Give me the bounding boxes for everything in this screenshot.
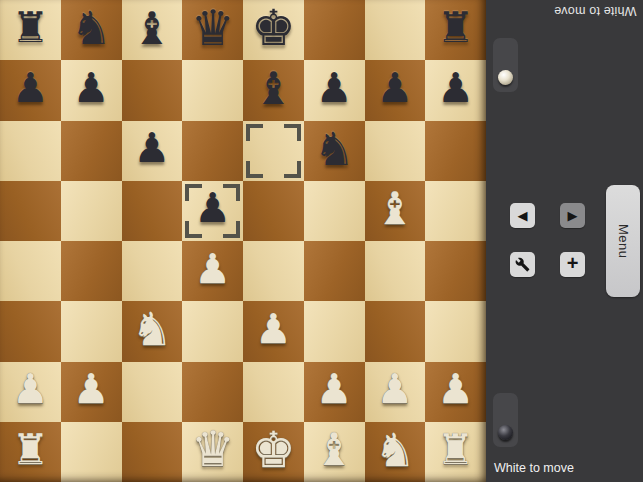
black-bishop[interactable]: ♝ [253, 66, 293, 111]
black-pawn[interactable]: ♟ [73, 68, 110, 109]
white-rook[interactable]: ♜ [437, 429, 475, 471]
square-h4[interactable] [425, 241, 486, 301]
status-label-player-side: White to move [494, 461, 574, 475]
square-d5[interactable]: ♟ [182, 181, 243, 241]
square-c2[interactable] [122, 362, 183, 422]
square-b5[interactable] [61, 181, 122, 241]
square-a4[interactable] [0, 241, 61, 301]
square-b8[interactable]: ♞ [61, 0, 122, 60]
square-f1[interactable]: ♝ [304, 422, 365, 482]
square-b6[interactable] [61, 121, 122, 181]
black-pawn[interactable]: ♟ [437, 68, 474, 109]
black-bishop[interactable]: ♝ [132, 6, 172, 51]
black-king[interactable]: ♚ [251, 3, 296, 53]
square-a8[interactable]: ♜ [0, 0, 61, 60]
square-f3[interactable] [304, 301, 365, 361]
black-knight[interactable]: ♞ [314, 126, 355, 172]
white-knight[interactable]: ♞ [374, 427, 415, 473]
square-g6[interactable] [365, 121, 426, 181]
square-h7[interactable]: ♟ [425, 60, 486, 120]
plus-icon: + [567, 252, 579, 275]
forward-icon: ▶ [568, 208, 578, 223]
black-pawn[interactable]: ♟ [316, 68, 353, 109]
captured-pieces-tray-top [493, 38, 518, 92]
captured-black-pawn [498, 425, 513, 440]
square-e4[interactable] [243, 241, 304, 301]
square-h2[interactable]: ♟ [425, 362, 486, 422]
square-g5[interactable]: ♝ [365, 181, 426, 241]
square-h1[interactable]: ♜ [425, 422, 486, 482]
square-a1[interactable]: ♜ [0, 422, 61, 482]
white-knight[interactable]: ♞ [131, 306, 172, 352]
square-c6[interactable]: ♟ [122, 121, 183, 181]
square-a7[interactable]: ♟ [0, 60, 61, 120]
last-move-highlight-corner [284, 161, 301, 178]
chess-board[interactable]: ♜♞♝♛♚♜♟♟♝♟♟♟♟♞♟♝♟♞♟♟♟♟♟♟♜♛♚♝♞♜ [0, 0, 486, 482]
square-d7[interactable] [182, 60, 243, 120]
sidebar: White to move ◀ ▶ + Menu White to move [486, 0, 643, 482]
square-g7[interactable]: ♟ [365, 60, 426, 120]
black-knight[interactable]: ♞ [71, 5, 112, 51]
back-button[interactable]: ◀ [510, 203, 535, 228]
square-h5[interactable] [425, 181, 486, 241]
white-pawn[interactable]: ♟ [194, 249, 231, 290]
last-move-highlight-corner [246, 124, 263, 141]
square-h8[interactable]: ♜ [425, 0, 486, 60]
captured-pieces-tray-bottom [493, 393, 518, 447]
white-pawn[interactable]: ♟ [255, 309, 292, 350]
white-pawn[interactable]: ♟ [73, 369, 110, 410]
square-a2[interactable]: ♟ [0, 362, 61, 422]
white-pawn[interactable]: ♟ [316, 369, 353, 410]
chess-app: ♜♞♝♛♚♜♟♟♝♟♟♟♟♞♟♝♟♞♟♟♟♟♟♟♜♛♚♝♞♜ White to … [0, 0, 643, 482]
square-e2[interactable] [243, 362, 304, 422]
square-b2[interactable]: ♟ [61, 362, 122, 422]
square-h6[interactable] [425, 121, 486, 181]
white-pawn[interactable]: ♟ [12, 369, 49, 410]
square-e5[interactable] [243, 181, 304, 241]
status-label-opponent-side: White to move [554, 4, 637, 18]
white-king[interactable]: ♚ [251, 425, 296, 475]
white-pawn[interactable]: ♟ [376, 369, 413, 410]
square-f7[interactable]: ♟ [304, 60, 365, 120]
back-icon: ◀ [518, 208, 528, 223]
square-e8[interactable]: ♚ [243, 0, 304, 60]
wrench-icon [515, 257, 530, 272]
square-c3[interactable]: ♞ [122, 301, 183, 361]
square-a5[interactable] [0, 181, 61, 241]
black-pawn[interactable]: ♟ [376, 68, 413, 109]
black-queen[interactable]: ♛ [191, 4, 235, 53]
square-e3[interactable]: ♟ [243, 301, 304, 361]
square-f4[interactable] [304, 241, 365, 301]
last-move-highlight-corner [246, 161, 263, 178]
black-rook[interactable]: ♜ [437, 7, 475, 49]
square-f6[interactable]: ♞ [304, 121, 365, 181]
square-d8[interactable]: ♛ [182, 0, 243, 60]
square-c7[interactable] [122, 60, 183, 120]
new-game-button[interactable]: + [560, 252, 585, 277]
square-d3[interactable] [182, 301, 243, 361]
square-g1[interactable]: ♞ [365, 422, 426, 482]
square-f8[interactable] [304, 0, 365, 60]
last-move-highlight-corner [284, 124, 301, 141]
square-g2[interactable]: ♟ [365, 362, 426, 422]
square-a3[interactable] [0, 301, 61, 361]
square-f2[interactable]: ♟ [304, 362, 365, 422]
square-a6[interactable] [0, 121, 61, 181]
square-d6[interactable] [182, 121, 243, 181]
white-queen[interactable]: ♛ [191, 425, 235, 474]
square-g8[interactable] [365, 0, 426, 60]
square-e6[interactable] [243, 121, 304, 181]
square-e7[interactable]: ♝ [243, 60, 304, 120]
square-b7[interactable]: ♟ [61, 60, 122, 120]
square-c1[interactable] [122, 422, 183, 482]
white-bishop[interactable]: ♝ [314, 427, 354, 472]
square-c4[interactable] [122, 241, 183, 301]
square-c5[interactable] [122, 181, 183, 241]
square-g3[interactable] [365, 301, 426, 361]
menu-tab[interactable]: Menu [606, 185, 640, 297]
square-h3[interactable] [425, 301, 486, 361]
black-rook[interactable]: ♜ [12, 7, 50, 49]
square-d4[interactable]: ♟ [182, 241, 243, 301]
square-d2[interactable] [182, 362, 243, 422]
black-pawn[interactable]: ♟ [12, 68, 49, 109]
square-b3[interactable] [61, 301, 122, 361]
square-g4[interactable] [365, 241, 426, 301]
square-b4[interactable] [61, 241, 122, 301]
black-pawn[interactable]: ♟ [133, 128, 170, 169]
square-b1[interactable] [61, 422, 122, 482]
square-c8[interactable]: ♝ [122, 0, 183, 60]
captured-white-pawn [498, 70, 513, 85]
white-bishop[interactable]: ♝ [375, 186, 415, 231]
square-e1[interactable]: ♚ [243, 422, 304, 482]
white-pawn[interactable]: ♟ [437, 369, 474, 410]
settings-button[interactable] [510, 252, 535, 277]
black-pawn[interactable]: ♟ [194, 188, 231, 229]
menu-tab-label: Menu [616, 224, 631, 259]
forward-button[interactable]: ▶ [560, 203, 585, 228]
white-rook[interactable]: ♜ [12, 429, 50, 471]
square-f5[interactable] [304, 181, 365, 241]
square-d1[interactable]: ♛ [182, 422, 243, 482]
